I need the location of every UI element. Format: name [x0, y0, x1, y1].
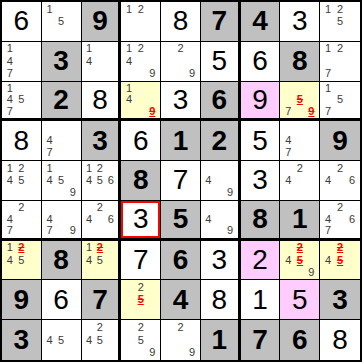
candidate-4: 4	[44, 135, 56, 147]
candidate-9: 9	[225, 225, 236, 237]
cell-r4c3[interactable]: 3	[82, 121, 122, 161]
candidates: 49	[203, 162, 236, 199]
given-digit: 6	[173, 246, 189, 274]
solved-digit: 3	[211, 246, 227, 274]
candidates: 29	[163, 321, 198, 359]
cell-r5c7[interactable]: 3	[241, 161, 281, 201]
candidate-5: 5	[16, 174, 28, 186]
candidate-1: 1	[4, 162, 16, 174]
eliminated-candidate-5: 5	[334, 254, 346, 266]
candidate-9: 9	[147, 346, 159, 359]
candidate-2: 2	[334, 202, 346, 214]
candidate-4: 4	[44, 174, 56, 186]
candidate-7: 7	[322, 67, 334, 79]
candidate-7: 7	[44, 147, 56, 159]
candidates: 47	[44, 122, 79, 159]
candidate-1: 1	[84, 242, 95, 254]
eliminated-candidate-5: 5	[135, 294, 147, 306]
candidates: 45	[44, 321, 79, 359]
candidates: 15	[44, 3, 79, 40]
cell-r8c2[interactable]: 6	[42, 280, 82, 320]
candidate-4: 4	[44, 213, 56, 225]
cell-r7c2[interactable]: 8	[42, 241, 82, 281]
given-digit: 3	[92, 127, 108, 155]
candidates: 47	[282, 122, 317, 159]
given-digit: 9	[332, 127, 348, 155]
candidates: 29	[163, 43, 198, 80]
cell-r9c6[interactable]: 1	[201, 320, 241, 360]
cell-r2c2[interactable]: 3	[42, 42, 82, 82]
cell-r9c5[interactable]: 29	[161, 320, 201, 360]
cell-r4c5[interactable]: 1	[161, 121, 201, 161]
given-digit: 8	[53, 246, 69, 274]
given-digit: 3	[14, 326, 30, 354]
candidate-7: 7	[282, 147, 294, 159]
candidate-4: 4	[282, 174, 294, 186]
solved-digit: 3	[173, 86, 189, 114]
candidates: 1459	[44, 162, 79, 199]
candidate-1: 1	[123, 83, 135, 95]
solved-digit: 6	[14, 7, 30, 35]
cell-r5c8[interactable]: 24	[280, 161, 320, 201]
cell-r8c4[interactable]: 25	[121, 280, 161, 320]
cell-r7c9[interactable]: 245	[320, 241, 360, 281]
candidate-1: 1	[4, 43, 16, 55]
candidate-1: 1	[322, 3, 334, 15]
cell-r2c9[interactable]: 127	[320, 42, 360, 82]
cell-r7c6[interactable]: 3	[201, 241, 241, 281]
cell-r7c1[interactable]: 1245	[2, 241, 42, 281]
sudoku-board: 6159128743125147314124929568127145728149…	[0, 0, 362, 362]
candidate-4: 4	[123, 55, 135, 67]
cell-r6c5[interactable]: 5	[161, 201, 201, 241]
candidates: 14	[84, 43, 117, 80]
candidate-7: 7	[4, 225, 16, 237]
candidate-9: 9	[67, 187, 79, 199]
candidates: 479	[44, 202, 79, 237]
given-digit: 1	[211, 326, 227, 354]
solved-digit: 3	[292, 7, 308, 35]
cell-r4c7[interactable]: 5	[241, 121, 281, 161]
candidate-4: 4	[4, 94, 16, 106]
cell-r8c3[interactable]: 7	[82, 280, 122, 320]
cell-r1c9[interactable]: 125	[320, 2, 360, 42]
candidate-1: 1	[44, 162, 56, 174]
cell-r9c2[interactable]: 45	[42, 320, 82, 360]
given-digit: 9	[92, 7, 108, 35]
candidate-1: 1	[123, 3, 135, 15]
given-digit: 1	[173, 127, 189, 155]
cell-r3c2[interactable]: 2	[42, 82, 82, 122]
given-digit: 7	[252, 326, 268, 354]
cell-r7c3[interactable]: 1245	[82, 241, 122, 281]
candidate-5: 5	[94, 174, 105, 186]
candidate-9: 9	[67, 225, 79, 237]
solved-digit: 7	[173, 166, 189, 194]
cell-r4c9[interactable]: 9	[320, 121, 360, 161]
cell-r6c2[interactable]: 479	[42, 201, 82, 241]
cell-r2c6[interactable]: 5	[201, 42, 241, 82]
candidates: 1249	[123, 43, 158, 80]
solved-digit: 8	[92, 86, 108, 114]
cell-r1c7[interactable]: 4	[241, 2, 281, 42]
solved-digit: 9	[252, 86, 268, 114]
candidates: 12456	[84, 162, 117, 199]
candidate-2: 2	[16, 202, 28, 214]
eliminated-candidate-9: 9	[147, 106, 159, 118]
candidate-1: 1	[322, 43, 334, 55]
cell-r6c1[interactable]: 247	[2, 201, 42, 241]
candidate-9: 9	[186, 346, 198, 359]
candidates: 245	[84, 321, 117, 359]
eliminated-candidate-5: 5	[294, 94, 306, 106]
cell-r5c2[interactable]: 1459	[42, 161, 82, 201]
cell-r1c3[interactable]: 9	[82, 2, 122, 42]
given-digit: 6	[211, 86, 227, 114]
candidates: 259	[123, 321, 158, 359]
cell-r5c9[interactable]: 246	[320, 161, 360, 201]
solved-digit: 3	[252, 166, 268, 194]
cell-r3c1[interactable]: 1457	[2, 82, 42, 122]
given-digit: 8	[252, 205, 268, 233]
candidate-4: 4	[203, 213, 214, 225]
candidates: 1245	[4, 162, 39, 199]
candidate-2: 2	[294, 162, 306, 174]
cell-r8c9[interactable]: 3	[320, 280, 360, 320]
candidate-4: 4	[4, 174, 16, 186]
candidate-4: 4	[322, 174, 334, 186]
candidate-4: 4	[123, 94, 135, 106]
cell-r6c9[interactable]: 2467	[320, 201, 360, 241]
candidate-4: 4	[282, 254, 294, 266]
candidate-5: 5	[55, 334, 67, 347]
candidates: 247	[4, 202, 39, 237]
candidate-2: 2	[135, 321, 147, 334]
cell-r5c6[interactable]: 49	[201, 161, 241, 201]
candidates: 1245	[84, 242, 117, 279]
candidate-4: 4	[322, 254, 334, 266]
cell-r5c3[interactable]: 12456	[82, 161, 122, 201]
solved-digit: 8	[14, 127, 30, 155]
cell-r4c1[interactable]: 8	[2, 121, 42, 161]
cell-r9c4[interactable]: 259	[121, 320, 161, 360]
cell-r2c8[interactable]: 8	[280, 42, 320, 82]
cell-r5c4[interactable]: 8	[121, 161, 161, 201]
given-digit: 3	[53, 47, 69, 75]
candidate-1: 1	[4, 242, 16, 254]
solved-digit: 5	[292, 286, 308, 314]
candidates: 245	[322, 242, 358, 279]
candidate-1: 1	[44, 3, 56, 15]
candidates: 25	[123, 281, 158, 318]
candidate-1: 1	[84, 162, 95, 174]
given-digit: 8	[292, 47, 308, 75]
cell-r3c7[interactable]: 9	[241, 82, 281, 122]
cell-r8c7[interactable]: 1	[241, 280, 281, 320]
candidate-2: 2	[334, 3, 346, 15]
candidates: 1457	[4, 83, 39, 118]
solved-digit: 5	[211, 47, 227, 75]
cell-r3c9[interactable]: 157	[320, 82, 360, 122]
candidate-5: 5	[55, 15, 67, 27]
cell-r4c2[interactable]: 47	[42, 121, 82, 161]
candidate-9: 9	[306, 266, 318, 278]
cell-r5c1[interactable]: 1245	[2, 161, 42, 201]
cell-r4c6[interactable]: 2	[201, 121, 241, 161]
solved-digit: 7	[133, 246, 149, 274]
cell-r1c6[interactable]: 7	[201, 2, 241, 42]
cell-r2c7[interactable]: 6	[241, 42, 281, 82]
candidates: 579	[282, 83, 317, 118]
candidates: 1245	[4, 242, 39, 279]
solved-digit: 2	[252, 246, 268, 274]
cell-r1c8[interactable]: 3	[280, 2, 320, 42]
cell-r9c9[interactable]: 8	[320, 320, 360, 360]
candidate-4: 4	[84, 174, 95, 186]
eliminated-candidate-2: 2	[294, 242, 306, 254]
candidate-1: 1	[123, 43, 135, 55]
cell-r4c8[interactable]: 47	[280, 121, 320, 161]
candidate-4: 4	[84, 55, 95, 67]
solved-digit: 6	[133, 127, 149, 155]
cell-r6c3[interactable]: 246	[82, 201, 122, 241]
eliminated-candidate-9: 9	[306, 106, 318, 118]
candidate-9: 9	[147, 67, 159, 79]
candidate-6: 6	[346, 213, 358, 225]
candidate-5: 5	[334, 15, 346, 27]
candidate-7: 7	[322, 225, 334, 237]
cell-r2c3[interactable]: 14	[82, 42, 122, 82]
candidate-2: 2	[135, 3, 147, 15]
cell-r1c5[interactable]: 8	[161, 2, 201, 42]
cell-r2c5[interactable]: 29	[161, 42, 201, 82]
candidate-9: 9	[186, 67, 198, 79]
candidate-4: 4	[4, 213, 16, 225]
solved-digit: 1	[252, 286, 268, 314]
candidate-7: 7	[282, 106, 294, 118]
candidate-2: 2	[135, 281, 147, 293]
cell-r3c8[interactable]: 579	[280, 82, 320, 122]
candidates: 147	[4, 43, 39, 80]
candidate-7: 7	[4, 106, 16, 118]
candidate-2: 2	[94, 321, 105, 334]
cell-r7c5[interactable]: 6	[161, 241, 201, 281]
eliminated-candidate-2: 2	[334, 242, 346, 254]
cell-r1c4[interactable]: 12	[121, 2, 161, 42]
candidate-9: 9	[225, 187, 236, 199]
cell-r6c6[interactable]: 49	[201, 201, 241, 241]
cell-r7c4[interactable]: 7	[121, 241, 161, 281]
solved-digit: 5	[252, 127, 268, 155]
candidate-5: 5	[55, 174, 67, 186]
cell-r2c1[interactable]: 147	[2, 42, 42, 82]
candidate-4: 4	[84, 213, 95, 225]
cell-r3c3[interactable]: 8	[82, 82, 122, 122]
candidate-4: 4	[84, 254, 95, 266]
solved-digit: 8	[211, 286, 227, 314]
candidates: 24	[282, 162, 317, 199]
cell-r8c1[interactable]: 9	[2, 280, 42, 320]
cell-r2c4[interactable]: 1249	[121, 42, 161, 82]
cell-r1c2[interactable]: 15	[42, 2, 82, 42]
given-digit: 5	[173, 205, 189, 233]
candidate-2: 2	[135, 43, 147, 55]
candidate-1: 1	[4, 83, 16, 95]
candidate-2: 2	[334, 43, 346, 55]
candidate-7: 7	[4, 67, 16, 79]
cell-r6c4[interactable]: 3	[121, 201, 161, 241]
given-digit: 9	[14, 286, 30, 314]
candidate-6: 6	[105, 213, 116, 225]
candidate-4: 4	[44, 334, 56, 347]
candidates: 2459	[282, 242, 317, 279]
candidate-4: 4	[4, 254, 16, 266]
candidate-2: 2	[16, 162, 28, 174]
eliminated-candidate-5: 5	[294, 254, 306, 266]
cell-r6c8[interactable]: 1	[280, 201, 320, 241]
cell-r3c6[interactable]: 6	[201, 82, 241, 122]
cell-r3c5[interactable]: 3	[161, 82, 201, 122]
cell-r9c8[interactable]: 6	[280, 320, 320, 360]
candidates: 125	[322, 3, 358, 40]
cell-r9c7[interactable]: 7	[241, 320, 281, 360]
candidate-5: 5	[94, 254, 105, 266]
cell-r5c5[interactable]: 7	[161, 161, 201, 201]
given-digit: 3	[332, 286, 348, 314]
cell-r4c4[interactable]: 6	[121, 121, 161, 161]
candidate-6: 6	[346, 174, 358, 186]
candidate-2: 2	[175, 43, 187, 55]
solved-digit: 8	[332, 326, 348, 354]
solved-digit: 8	[173, 7, 189, 35]
candidates: 127	[322, 43, 358, 80]
candidate-2: 2	[175, 321, 187, 334]
candidate-7: 7	[44, 225, 56, 237]
candidate-2: 2	[334, 162, 346, 174]
candidates: 49	[203, 202, 236, 237]
given-digit: 2	[211, 127, 227, 155]
cell-r1c1[interactable]: 6	[2, 2, 42, 42]
eliminated-candidate-2: 2	[94, 242, 105, 254]
candidate-5: 5	[135, 334, 147, 347]
given-digit: 2	[53, 86, 69, 114]
cell-r7c8[interactable]: 2459	[280, 241, 320, 281]
candidate-5: 5	[334, 94, 346, 106]
candidate-5: 5	[16, 94, 28, 106]
candidate-4: 4	[322, 213, 334, 225]
given-digit: 8	[133, 166, 149, 194]
candidate-2: 2	[94, 162, 105, 174]
given-digit: 4	[252, 7, 268, 35]
candidates: 12	[123, 3, 158, 40]
candidate-5: 5	[94, 334, 105, 347]
cell-r7c7[interactable]: 2	[241, 241, 281, 281]
solved-digit: 6	[53, 286, 69, 314]
candidate-4: 4	[203, 174, 214, 186]
candidate-4: 4	[84, 334, 95, 347]
eliminated-candidate-2: 2	[16, 242, 28, 254]
given-digit: 7	[92, 286, 108, 314]
given-digit: 4	[173, 286, 189, 314]
cell-r8c6[interactable]: 8	[201, 280, 241, 320]
candidate-1: 1	[322, 83, 334, 95]
candidate-4: 4	[282, 135, 294, 147]
candidates: 2467	[322, 202, 358, 237]
candidates: 246	[322, 162, 358, 199]
cell-r8c5[interactable]: 4	[161, 280, 201, 320]
candidate-5: 5	[16, 254, 28, 266]
cell-r3c4[interactable]: 149	[121, 82, 161, 122]
candidates: 149	[123, 83, 158, 118]
cell-r9c3[interactable]: 245	[82, 320, 122, 360]
candidates: 157	[322, 83, 358, 118]
solved-digit: 3	[133, 205, 149, 233]
candidate-4: 4	[4, 55, 16, 67]
candidate-6: 6	[105, 174, 116, 186]
candidate-7: 7	[322, 106, 334, 118]
cell-r8c8[interactable]: 5	[280, 280, 320, 320]
candidates: 246	[84, 202, 117, 237]
given-digit: 1	[292, 205, 308, 233]
cell-r6c7[interactable]: 8	[241, 201, 281, 241]
solved-digit: 6	[252, 47, 268, 75]
candidate-2: 2	[94, 202, 105, 214]
candidate-1: 1	[84, 43, 95, 55]
given-digit: 7	[211, 7, 227, 35]
given-digit: 6	[292, 326, 308, 354]
cell-r9c1[interactable]: 3	[2, 320, 42, 360]
